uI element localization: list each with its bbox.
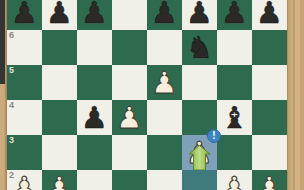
square-d5[interactable]	[112, 65, 147, 100]
square-c2[interactable]	[77, 170, 112, 190]
square-e6[interactable]	[147, 30, 182, 65]
piece-white-pawn[interactable]: ♟	[147, 65, 182, 100]
square-h4[interactable]	[252, 100, 287, 135]
square-a2[interactable]: 2♟	[7, 170, 42, 190]
piece-white-pawn[interactable]: ♟	[42, 170, 77, 190]
square-h3[interactable]	[252, 135, 287, 170]
left-panel-edge	[0, 0, 5, 84]
square-c7[interactable]: ♟	[77, 0, 112, 30]
square-h2[interactable]: ♟	[252, 170, 287, 190]
square-d2[interactable]	[112, 170, 147, 190]
rank-label-3: 3	[9, 136, 14, 145]
square-e3[interactable]	[147, 135, 182, 170]
square-e4[interactable]	[147, 100, 182, 135]
square-b4[interactable]	[42, 100, 77, 135]
square-h7[interactable]: ♟	[252, 0, 287, 30]
square-c6[interactable]	[77, 30, 112, 65]
square-b5[interactable]	[42, 65, 77, 100]
square-h6[interactable]	[252, 30, 287, 65]
square-g6[interactable]	[217, 30, 252, 65]
square-f7[interactable]: ♟	[182, 0, 217, 30]
square-h5[interactable]	[252, 65, 287, 100]
square-d7[interactable]	[112, 0, 147, 30]
rank-label-5: 5	[9, 66, 14, 75]
piece-black-knight[interactable]: ♞	[182, 30, 217, 65]
square-f2[interactable]	[182, 170, 217, 190]
piece-black-pawn[interactable]: ♟	[147, 0, 182, 30]
square-a5[interactable]: 5	[7, 65, 42, 100]
square-g3[interactable]	[217, 135, 252, 170]
piece-black-pawn[interactable]: ♟	[182, 0, 217, 30]
square-f5[interactable]	[182, 65, 217, 100]
rank-label-4: 4	[9, 101, 14, 110]
piece-black-pawn[interactable]: ♟	[7, 0, 42, 30]
square-d6[interactable]	[112, 30, 147, 65]
piece-black-pawn[interactable]: ♟	[217, 0, 252, 30]
piece-black-pawn[interactable]: ♟	[42, 0, 77, 30]
square-g4[interactable]: ♝	[217, 100, 252, 135]
square-b7[interactable]: ♟	[42, 0, 77, 30]
rank-label-6: 6	[9, 31, 14, 40]
square-d3[interactable]	[112, 135, 147, 170]
square-d4[interactable]: ♟	[112, 100, 147, 135]
piece-white-pawn[interactable]: ♟	[217, 170, 252, 190]
square-a3[interactable]: 3	[7, 135, 42, 170]
square-g5[interactable]	[217, 65, 252, 100]
square-c3[interactable]	[77, 135, 112, 170]
square-f6[interactable]: ♞	[182, 30, 217, 65]
square-e7[interactable]: ♟	[147, 0, 182, 30]
square-a4[interactable]: 4	[7, 100, 42, 135]
square-b3[interactable]	[42, 135, 77, 170]
square-e2[interactable]	[147, 170, 182, 190]
chess-scene: ♟♟♟♟♟♟♟6♞5♟4♟♟♝3♟2♟♟♟♟ !	[0, 0, 304, 190]
square-c5[interactable]	[77, 65, 112, 100]
square-a6[interactable]: 6	[7, 30, 42, 65]
square-g2[interactable]: ♟	[217, 170, 252, 190]
square-g7[interactable]: ♟	[217, 0, 252, 30]
piece-black-pawn[interactable]: ♟	[252, 0, 287, 30]
rank-label-2: 2	[9, 171, 14, 180]
chess-board: ♟♟♟♟♟♟♟6♞5♟4♟♟♝3♟2♟♟♟♟	[7, 0, 287, 190]
great-move-badge: !	[207, 129, 221, 143]
piece-black-pawn[interactable]: ♟	[77, 100, 112, 135]
piece-white-pawn[interactable]: ♟	[252, 170, 287, 190]
square-a7[interactable]: ♟	[7, 0, 42, 30]
square-c4[interactable]: ♟	[77, 100, 112, 135]
piece-white-pawn[interactable]: ♟	[112, 100, 147, 135]
square-b2[interactable]: ♟	[42, 170, 77, 190]
square-e5[interactable]: ♟	[147, 65, 182, 100]
square-b6[interactable]	[42, 30, 77, 65]
piece-black-bishop[interactable]: ♝	[217, 100, 252, 135]
piece-black-pawn[interactable]: ♟	[77, 0, 112, 30]
